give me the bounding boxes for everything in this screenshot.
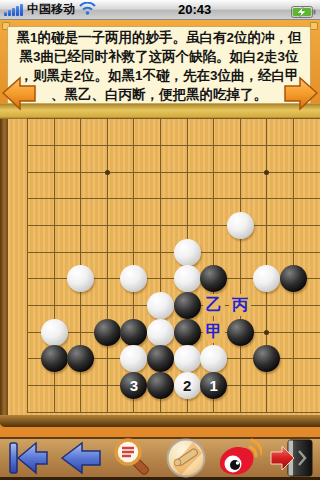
black-stone: 1 (200, 372, 227, 399)
clock-label: 20:43 (178, 2, 211, 17)
black-stone (174, 292, 201, 319)
star-point (264, 170, 269, 175)
status-bar: 中国移动 20:43 (0, 0, 320, 20)
white-stone (41, 319, 68, 346)
frame-ornament (310, 22, 318, 30)
lesson-text-line: 黑1的碰是一子两用的妙手。虽白有2位的冲，但 (8, 28, 310, 47)
lesson-panel: 黑1的碰是一子两用的妙手。虽白有2位的冲，但 黑3曲已经同时补救了这两个缺陷。如… (0, 20, 320, 119)
grid-line-horizontal (27, 198, 320, 199)
point-label: 甲 (203, 321, 225, 343)
grid-line-horizontal (27, 145, 320, 146)
go-to-start-button[interactable] (5, 438, 51, 478)
hint-button[interactable] (163, 438, 209, 478)
grid-line-vertical (107, 119, 108, 413)
board-left-edge (0, 119, 8, 427)
black-stone (280, 265, 307, 292)
screen: 中国移动 20:43 黑1的碰是一子两用的妙手。虽白有2位的冲，但 黑3曲已经同… (0, 0, 320, 480)
star-point (105, 170, 110, 175)
wifi-icon (79, 1, 96, 19)
grid-line-vertical (240, 119, 241, 413)
board-bottom-edge (0, 415, 320, 427)
panel-bottom-frame (0, 104, 320, 119)
search-button[interactable] (111, 438, 157, 478)
white-stone: 2 (174, 372, 201, 399)
lesson-text-line: 黑3曲已经同时补救了这两个缺陷。如白2走3位 (8, 47, 310, 66)
star-point (264, 330, 269, 335)
back-arrow-icon (62, 443, 100, 473)
grid-line-vertical (27, 119, 28, 413)
white-stone (227, 212, 254, 239)
right-arrow-icon (285, 78, 317, 109)
white-stone (174, 239, 201, 266)
grid-line-horizontal (27, 172, 320, 173)
black-stone (147, 372, 174, 399)
lesson-text-line: ，则黑走2位。如黑1不碰，先在3位曲，经白甲 (8, 66, 310, 85)
carrier-label: 中国移动 (27, 1, 75, 18)
black-stone (147, 345, 174, 372)
white-stone (174, 265, 201, 292)
lesson-text-line: 、黑乙、白丙断，便把黑的吃掉了。 (8, 85, 310, 104)
next-page-button[interactable] (284, 76, 318, 112)
black-stone (174, 319, 201, 346)
grid-line-horizontal (27, 225, 320, 226)
exit-button[interactable] (269, 438, 315, 478)
lesson-text: 黑1的碰是一子两用的妙手。虽白有2位的冲，但 黑3曲已经同时补救了这两个缺陷。如… (7, 26, 311, 104)
left-arrow-icon (3, 78, 35, 109)
start-bar-icon (10, 443, 17, 473)
black-stone (227, 319, 254, 346)
white-stone (174, 345, 201, 372)
signal-bars-icon (4, 4, 23, 16)
black-stone (120, 319, 147, 346)
point-label: 乙 (203, 294, 225, 316)
go-board: 321甲乙丙 (0, 119, 320, 427)
white-stone (147, 292, 174, 319)
white-stone (147, 319, 174, 346)
black-stone (94, 319, 121, 346)
previous-page-button[interactable] (2, 76, 36, 112)
toolbar (0, 437, 320, 480)
grid-line-horizontal (27, 118, 320, 119)
black-stone (41, 345, 68, 372)
weibo-share-button[interactable] (216, 438, 262, 478)
go-to-start-icon (18, 443, 47, 473)
step-back-button[interactable] (58, 438, 104, 478)
grid-line-horizontal (27, 412, 320, 413)
